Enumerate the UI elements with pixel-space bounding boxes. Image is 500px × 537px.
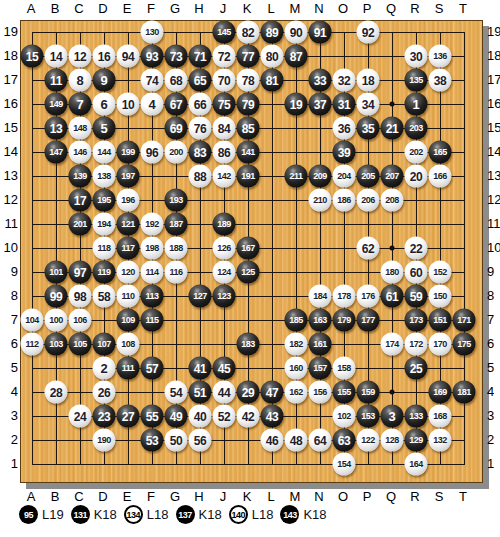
move-number: 24	[74, 410, 87, 422]
stone-C12[interactable]: 17	[69, 189, 92, 212]
move-number: 193	[169, 196, 183, 205]
caption-entry-137: 137K18	[176, 505, 222, 524]
move-number: 147	[49, 148, 63, 157]
stone-L2[interactable]: 46	[261, 429, 284, 452]
move-number: 2	[100, 362, 107, 375]
move-number: 154	[337, 460, 351, 469]
stone-R5[interactable]: 25	[405, 357, 428, 380]
stone-R2[interactable]: 129	[405, 429, 428, 452]
stone-R10[interactable]: 22	[405, 237, 428, 260]
stone-J10[interactable]: 126	[213, 237, 236, 260]
stone-M18[interactable]: 87	[285, 45, 308, 68]
stone-S6[interactable]: 170	[429, 333, 452, 356]
stone-N7[interactable]: 163	[309, 309, 332, 332]
stone-O15[interactable]: 36	[333, 117, 356, 140]
stone-D8[interactable]: 58	[93, 285, 116, 308]
stone-H3[interactable]: 40	[189, 405, 212, 428]
stone-R9[interactable]: 60	[405, 261, 428, 284]
move-number: 56	[194, 434, 207, 446]
stone-M16[interactable]: 19	[285, 93, 308, 116]
stone-K15[interactable]: 85	[237, 117, 260, 140]
col-label-bottom-L: L	[267, 490, 274, 504]
stone-F5[interactable]: 57	[141, 357, 164, 380]
stone-S9[interactable]: 152	[429, 261, 452, 284]
stone-E13[interactable]: 197	[117, 165, 140, 188]
stone-H2[interactable]: 56	[189, 429, 212, 452]
move-number: 91	[314, 26, 327, 38]
stone-E5[interactable]: 111	[117, 357, 140, 380]
stone-E18[interactable]: 94	[117, 45, 140, 68]
stone-N17[interactable]: 33	[309, 69, 332, 92]
caption-entry-134: 134L18	[124, 505, 169, 524]
col-label-top-T: T	[459, 2, 467, 16]
stone-B7[interactable]: 100	[45, 309, 68, 332]
stone-G18[interactable]: 73	[165, 45, 188, 68]
move-number: 211	[289, 172, 302, 181]
move-number: 113	[145, 292, 158, 301]
stone-A7[interactable]: 104	[21, 309, 44, 332]
row-label-left-5: 5	[1, 360, 18, 375]
stone-J19[interactable]: 145	[213, 21, 236, 44]
stone-S7[interactable]: 151	[429, 309, 452, 332]
stone-J16[interactable]: 75	[213, 93, 236, 116]
stone-Q15[interactable]: 21	[381, 117, 404, 140]
stone-H15[interactable]: 76	[189, 117, 212, 140]
stone-O7[interactable]: 179	[333, 309, 356, 332]
row-label-right-13: 13	[487, 168, 500, 183]
stone-D18[interactable]: 16	[93, 45, 116, 68]
move-number: 57	[146, 362, 159, 374]
stone-G10[interactable]: 188	[165, 237, 188, 260]
stone-O17[interactable]: 32	[333, 69, 356, 92]
move-number: 81	[266, 74, 279, 86]
stone-N12[interactable]: 210	[309, 189, 332, 212]
move-number: 107	[97, 340, 111, 349]
move-number: 133	[409, 412, 423, 421]
stone-P10[interactable]: 62	[357, 237, 380, 260]
stone-L17[interactable]: 81	[261, 69, 284, 92]
caption-point: K18	[199, 507, 222, 522]
move-number: 124	[217, 268, 231, 277]
stone-P13[interactable]: 205	[357, 165, 380, 188]
move-number: 184	[313, 292, 327, 301]
move-number: 176	[361, 292, 375, 301]
star-point-Q4	[390, 390, 395, 395]
stone-C7[interactable]: 106	[69, 309, 92, 332]
stone-D16[interactable]: 6	[93, 93, 116, 116]
stone-F14[interactable]: 96	[141, 141, 164, 164]
col-label-bottom-M: M	[290, 490, 301, 504]
move-number: 80	[266, 50, 279, 62]
stone-C15[interactable]: 148	[69, 117, 92, 140]
stone-K13[interactable]: 191	[237, 165, 260, 188]
caption-entry-95: 95L19	[19, 505, 64, 524]
move-number: 126	[217, 244, 231, 253]
row-label-right-9: 9	[487, 264, 500, 279]
stone-K18[interactable]: 77	[237, 45, 260, 68]
stone-N8[interactable]: 184	[309, 285, 332, 308]
stone-C14[interactable]: 146	[69, 141, 92, 164]
stone-K16[interactable]: 79	[237, 93, 260, 116]
stone-S13[interactable]: 166	[429, 165, 452, 188]
stone-F19[interactable]: 130	[141, 21, 164, 44]
stone-D14[interactable]: 144	[93, 141, 116, 164]
move-number: 175	[457, 340, 471, 349]
stone-K17[interactable]: 78	[237, 69, 260, 92]
stone-O2[interactable]: 63	[333, 429, 356, 452]
move-number: 173	[409, 316, 423, 325]
stone-G17[interactable]: 68	[165, 69, 188, 92]
stone-T6[interactable]: 175	[453, 333, 476, 356]
stone-J17[interactable]: 70	[213, 69, 236, 92]
move-number: 125	[241, 268, 255, 277]
stone-E14[interactable]: 199	[117, 141, 140, 164]
stone-J3[interactable]: 52	[213, 405, 236, 428]
stone-F18[interactable]: 93	[141, 45, 164, 68]
move-number: 200	[169, 148, 183, 157]
stone-D5[interactable]: 2	[93, 357, 116, 380]
stone-P7[interactable]: 177	[357, 309, 380, 332]
caption-entry-143: 143K18	[280, 505, 326, 524]
col-label-top-C: C	[74, 2, 83, 16]
stone-D9[interactable]: 119	[93, 261, 116, 284]
row-label-right-19: 19	[487, 24, 500, 39]
stone-O16[interactable]: 31	[333, 93, 356, 116]
move-number: 14	[50, 50, 63, 62]
stone-Q9[interactable]: 180	[381, 261, 404, 284]
stone-E11[interactable]: 121	[117, 213, 140, 236]
stone-M5[interactable]: 160	[285, 357, 308, 380]
stone-J8[interactable]: 123	[213, 285, 236, 308]
stone-H8[interactable]: 127	[189, 285, 212, 308]
stone-F17[interactable]: 74	[141, 69, 164, 92]
stone-F9[interactable]: 114	[141, 261, 164, 284]
stone-C3[interactable]: 24	[69, 405, 92, 428]
row-label-right-7: 7	[487, 312, 500, 327]
stone-K3[interactable]: 42	[237, 405, 260, 428]
row-label-right-10: 10	[487, 240, 500, 255]
stone-D3[interactable]: 23	[93, 405, 116, 428]
move-number: 197	[121, 172, 135, 181]
stone-B9[interactable]: 101	[45, 261, 68, 284]
stone-K14[interactable]: 141	[237, 141, 260, 164]
stone-H18[interactable]: 71	[189, 45, 212, 68]
stone-T4[interactable]: 181	[453, 381, 476, 404]
stone-C8[interactable]: 98	[69, 285, 92, 308]
stone-F8[interactable]: 113	[141, 285, 164, 308]
stone-M2[interactable]: 48	[285, 429, 308, 452]
stone-M4[interactable]: 162	[285, 381, 308, 404]
stone-M19[interactable]: 90	[285, 21, 308, 44]
stone-D11[interactable]: 194	[93, 213, 116, 236]
row-label-right-6: 6	[487, 336, 500, 351]
stone-R7[interactable]: 173	[405, 309, 428, 332]
stone-R1[interactable]: 164	[405, 453, 428, 476]
move-number: 8	[76, 74, 83, 87]
stone-L3[interactable]: 43	[261, 405, 284, 428]
move-number: 72	[218, 50, 231, 62]
stone-M13[interactable]: 211	[285, 165, 308, 188]
stone-G2[interactable]: 50	[165, 429, 188, 452]
stone-D17[interactable]: 9	[93, 69, 116, 92]
col-label-top-S: S	[435, 2, 444, 16]
stone-Q3[interactable]: 3	[381, 405, 404, 428]
stone-J18[interactable]: 72	[213, 45, 236, 68]
stone-E7[interactable]: 109	[117, 309, 140, 332]
stone-P3[interactable]: 153	[357, 405, 380, 428]
stone-H5[interactable]: 41	[189, 357, 212, 380]
stone-E8[interactable]: 110	[117, 285, 140, 308]
stone-K19[interactable]: 82	[237, 21, 260, 44]
stone-B6[interactable]: 103	[45, 333, 68, 356]
stone-M6[interactable]: 182	[285, 333, 308, 356]
stone-J11[interactable]: 189	[213, 213, 236, 236]
stone-R16[interactable]: 1	[405, 93, 428, 116]
stone-N5[interactable]: 157	[309, 357, 332, 380]
move-number: 89	[266, 26, 279, 38]
stone-M7[interactable]: 185	[285, 309, 308, 332]
move-number: 99	[50, 290, 63, 302]
stone-J14[interactable]: 86	[213, 141, 236, 164]
move-number: 194	[97, 220, 111, 229]
stone-O13[interactable]: 204	[333, 165, 356, 188]
stone-N13[interactable]: 209	[309, 165, 332, 188]
stone-C18[interactable]: 12	[69, 45, 92, 68]
stone-H14[interactable]: 83	[189, 141, 212, 164]
stone-Q12[interactable]: 208	[381, 189, 404, 212]
stone-R18[interactable]: 30	[405, 45, 428, 68]
move-number: 30	[410, 50, 423, 62]
row-label-right-16: 16	[487, 96, 500, 111]
move-number: 77	[242, 50, 255, 62]
move-number: 101	[49, 268, 63, 277]
stone-D2[interactable]: 190	[93, 429, 116, 452]
caption-point: L18	[252, 507, 274, 522]
stone-G14[interactable]: 200	[165, 141, 188, 164]
col-label-top-L: L	[267, 2, 274, 16]
stone-O3[interactable]: 102	[333, 405, 356, 428]
stone-J9[interactable]: 124	[213, 261, 236, 284]
stone-P16[interactable]: 34	[357, 93, 380, 116]
col-label-top-A: A	[27, 2, 36, 16]
stone-P19[interactable]: 92	[357, 21, 380, 44]
stone-C17[interactable]: 8	[69, 69, 92, 92]
stone-N4[interactable]: 156	[309, 381, 332, 404]
move-number: 100	[49, 316, 63, 325]
stone-N16[interactable]: 37	[309, 93, 332, 116]
stone-G11[interactable]: 187	[165, 213, 188, 236]
stone-E10[interactable]: 117	[117, 237, 140, 260]
stone-G16[interactable]: 67	[165, 93, 188, 116]
col-label-top-K: K	[243, 2, 252, 16]
stone-P2[interactable]: 122	[357, 429, 380, 452]
stone-C11[interactable]: 201	[69, 213, 92, 236]
move-number: 46	[266, 434, 279, 446]
stone-B18[interactable]: 14	[45, 45, 68, 68]
stone-G12[interactable]: 193	[165, 189, 188, 212]
stone-G15[interactable]: 69	[165, 117, 188, 140]
go-board[interactable]: 1301458289909192151412169493737172778087…	[20, 20, 483, 483]
stone-G3[interactable]: 49	[165, 405, 188, 428]
stone-S18[interactable]: 136	[429, 45, 452, 68]
stone-G4[interactable]: 54	[165, 381, 188, 404]
stone-R8[interactable]: 59	[405, 285, 428, 308]
stone-K9[interactable]: 125	[237, 261, 260, 284]
caption-entry-131: 131K18	[71, 505, 117, 524]
stone-Q8[interactable]: 61	[381, 285, 404, 308]
stone-O8[interactable]: 178	[333, 285, 356, 308]
stone-E3[interactable]: 27	[117, 405, 140, 428]
stone-A6[interactable]: 112	[21, 333, 44, 356]
stone-Q6[interactable]: 174	[381, 333, 404, 356]
stone-F10[interactable]: 198	[141, 237, 164, 260]
move-number: 11	[50, 74, 62, 86]
move-number: 145	[217, 28, 231, 37]
stone-D6[interactable]: 107	[93, 333, 116, 356]
stone-D13[interactable]: 138	[93, 165, 116, 188]
stone-H17[interactable]: 65	[189, 69, 212, 92]
stone-N2[interactable]: 64	[309, 429, 332, 452]
stone-E12[interactable]: 196	[117, 189, 140, 212]
col-label-bottom-R: R	[410, 490, 419, 504]
stone-F11[interactable]: 192	[141, 213, 164, 236]
stone-A18[interactable]: 15	[21, 45, 44, 68]
col-label-top-D: D	[98, 2, 107, 16]
stone-N19[interactable]: 91	[309, 21, 332, 44]
stone-E9[interactable]: 120	[117, 261, 140, 284]
stone-K6[interactable]: 183	[237, 333, 260, 356]
stone-O4[interactable]: 155	[333, 381, 356, 404]
stone-R17[interactable]: 135	[405, 69, 428, 92]
move-number: 136	[433, 52, 447, 61]
move-number: 96	[146, 146, 159, 158]
move-number: 162	[289, 388, 303, 397]
move-number: 128	[385, 436, 399, 445]
stone-F7[interactable]: 115	[141, 309, 164, 332]
stone-S4[interactable]: 169	[429, 381, 452, 404]
stone-J15[interactable]: 84	[213, 117, 236, 140]
stone-F16[interactable]: 4	[141, 93, 164, 116]
stone-P4[interactable]: 159	[357, 381, 380, 404]
stone-J4[interactable]: 44	[213, 381, 236, 404]
stone-L18[interactable]: 80	[261, 45, 284, 68]
stone-Q2[interactable]: 128	[381, 429, 404, 452]
col-label-bottom-K: K	[243, 490, 252, 504]
stone-P8[interactable]: 176	[357, 285, 380, 308]
row-label-right-4: 4	[487, 384, 500, 399]
move-number: 203	[409, 124, 423, 133]
stone-H16[interactable]: 66	[189, 93, 212, 116]
row-label-right-8: 8	[487, 288, 500, 303]
stone-B4[interactable]: 28	[45, 381, 68, 404]
stone-K4[interactable]: 29	[237, 381, 260, 404]
stone-C9[interactable]: 97	[69, 261, 92, 284]
move-number: 135	[409, 76, 423, 85]
stone-S3[interactable]: 168	[429, 405, 452, 428]
stone-F3[interactable]: 55	[141, 405, 164, 428]
stone-L4[interactable]: 47	[261, 381, 284, 404]
stone-C6[interactable]: 105	[69, 333, 92, 356]
stone-K10[interactable]: 167	[237, 237, 260, 260]
stone-B15[interactable]: 13	[45, 117, 68, 140]
stone-R3[interactable]: 133	[405, 405, 428, 428]
ko-move-caption: 95L19131K18134L18137K18140L18143K18	[19, 504, 327, 525]
move-number: 60	[410, 266, 423, 278]
stone-T7[interactable]: 171	[453, 309, 476, 332]
stone-C13[interactable]: 139	[69, 165, 92, 188]
stone-O14[interactable]: 39	[333, 141, 356, 164]
stone-D15[interactable]: 5	[93, 117, 116, 140]
stone-J5[interactable]: 45	[213, 357, 236, 380]
stone-H4[interactable]: 51	[189, 381, 212, 404]
row-label-right-15: 15	[487, 120, 500, 135]
stone-L19[interactable]: 89	[261, 21, 284, 44]
col-label-bottom-P: P	[363, 490, 372, 504]
move-number: 75	[218, 98, 231, 110]
stone-R14[interactable]: 202	[405, 141, 428, 164]
stone-O12[interactable]: 186	[333, 189, 356, 212]
stone-Q13[interactable]: 207	[381, 165, 404, 188]
stone-O1[interactable]: 154	[333, 453, 356, 476]
stone-F2[interactable]: 53	[141, 429, 164, 452]
move-number: 191	[241, 172, 255, 181]
stone-D10[interactable]: 118	[93, 237, 116, 260]
stone-P12[interactable]: 206	[357, 189, 380, 212]
stone-S2[interactable]: 132	[429, 429, 452, 452]
row-label-left-1: 1	[1, 456, 18, 471]
move-number: 130	[145, 28, 159, 37]
stone-B14[interactable]: 147	[45, 141, 68, 164]
stone-B16[interactable]: 149	[45, 93, 68, 116]
stone-D4[interactable]: 26	[93, 381, 116, 404]
stone-S8[interactable]: 150	[429, 285, 452, 308]
stone-D12[interactable]: 195	[93, 189, 116, 212]
move-number: 123	[217, 292, 231, 301]
stone-B17[interactable]: 11	[45, 69, 68, 92]
col-label-bottom-H: H	[194, 490, 203, 504]
star-point-Q10	[390, 246, 395, 251]
move-number: 199	[121, 148, 135, 157]
col-label-top-H: H	[194, 2, 203, 16]
move-number: 166	[433, 172, 447, 181]
stone-S17[interactable]: 38	[429, 69, 452, 92]
stone-G9[interactable]: 116	[165, 261, 188, 284]
stone-R6[interactable]: 172	[405, 333, 428, 356]
move-number: 210	[313, 196, 327, 205]
stone-C16[interactable]: 7	[69, 93, 92, 116]
move-number: 74	[146, 74, 159, 86]
stone-B8[interactable]: 99	[45, 285, 68, 308]
stone-R15[interactable]: 203	[405, 117, 428, 140]
move-number: 70	[218, 74, 231, 86]
stone-N6[interactable]: 161	[309, 333, 332, 356]
stone-E6[interactable]: 108	[117, 333, 140, 356]
stone-S14[interactable]: 165	[429, 141, 452, 164]
caption-point: L18	[147, 507, 169, 522]
stone-P15[interactable]: 35	[357, 117, 380, 140]
move-number: 129	[409, 436, 423, 445]
move-number: 114	[145, 268, 158, 277]
stone-E16[interactable]: 10	[117, 93, 140, 116]
stone-O5[interactable]: 158	[333, 357, 356, 380]
move-number: 112	[25, 340, 38, 349]
stone-H13[interactable]: 88	[189, 165, 212, 188]
stone-P17[interactable]: 18	[357, 69, 380, 92]
move-number: 61	[386, 290, 399, 302]
row-label-left-18: 18	[1, 48, 18, 63]
stone-J13[interactable]: 142	[213, 165, 236, 188]
stone-R13[interactable]: 20	[405, 165, 428, 188]
